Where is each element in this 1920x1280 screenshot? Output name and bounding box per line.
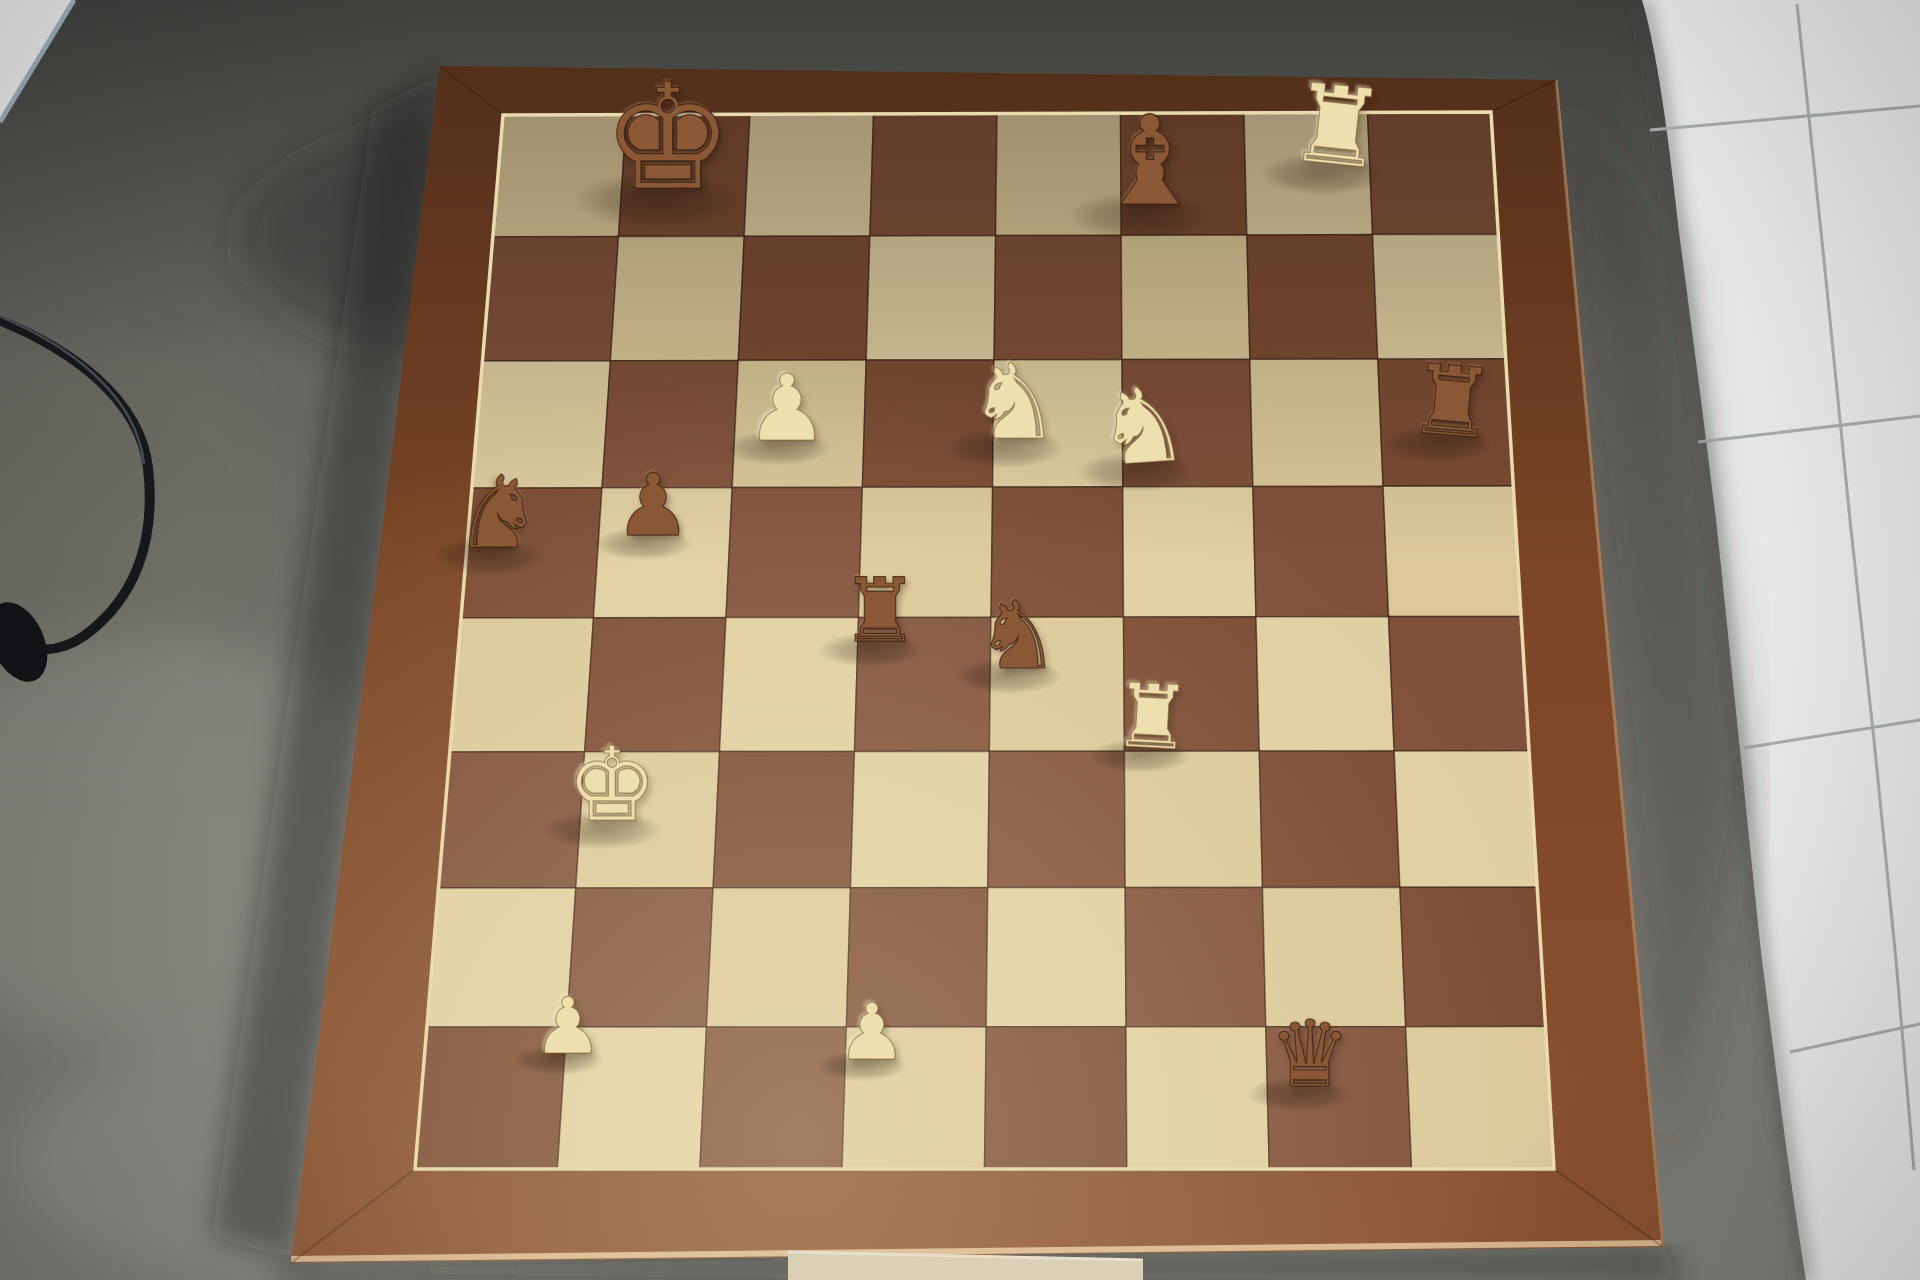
- chess-pieces-layer: ♚♝♜♟♞♞♜♞♟♜♞♜♚♟♟♛: [0, 0, 1920, 1280]
- chess-photo-stage: ♚♝♜♟♞♞♜♞♟♜♞♜♚♟♟♛: [0, 0, 1920, 1280]
- piece-black-king-b8[interactable]: ♚: [603, 68, 734, 207]
- piece-white-rook-g8[interactable]: ♜: [1284, 71, 1391, 183]
- piece-black-rook-d4[interactable]: ♜: [841, 570, 920, 654]
- piece-white-rook-f3[interactable]: ♜: [1111, 674, 1194, 762]
- piece-white-pawn-b1[interactable]: ♟: [533, 989, 603, 1063]
- piece-white-pawn-c6[interactable]: ♟: [746, 364, 828, 451]
- piece-black-rook-h6[interactable]: ♜: [1405, 353, 1499, 451]
- piece-white-pawn-d1[interactable]: ♟: [837, 995, 907, 1069]
- piece-white-knight-e6[interactable]: ♞: [967, 353, 1060, 452]
- piece-black-knight-e4[interactable]: ♞: [976, 590, 1060, 679]
- piece-white-king-b3[interactable]: ♚: [566, 737, 657, 834]
- piece-black-bishop-f8[interactable]: ♝: [1094, 104, 1205, 222]
- piece-black-knight-a5[interactable]: ♞: [453, 465, 543, 560]
- piece-black-queen-g1[interactable]: ♛: [1269, 1010, 1351, 1097]
- piece-white-knight-f6[interactable]: ♞: [1093, 374, 1193, 479]
- piece-black-pawn-b5[interactable]: ♟: [614, 465, 691, 547]
